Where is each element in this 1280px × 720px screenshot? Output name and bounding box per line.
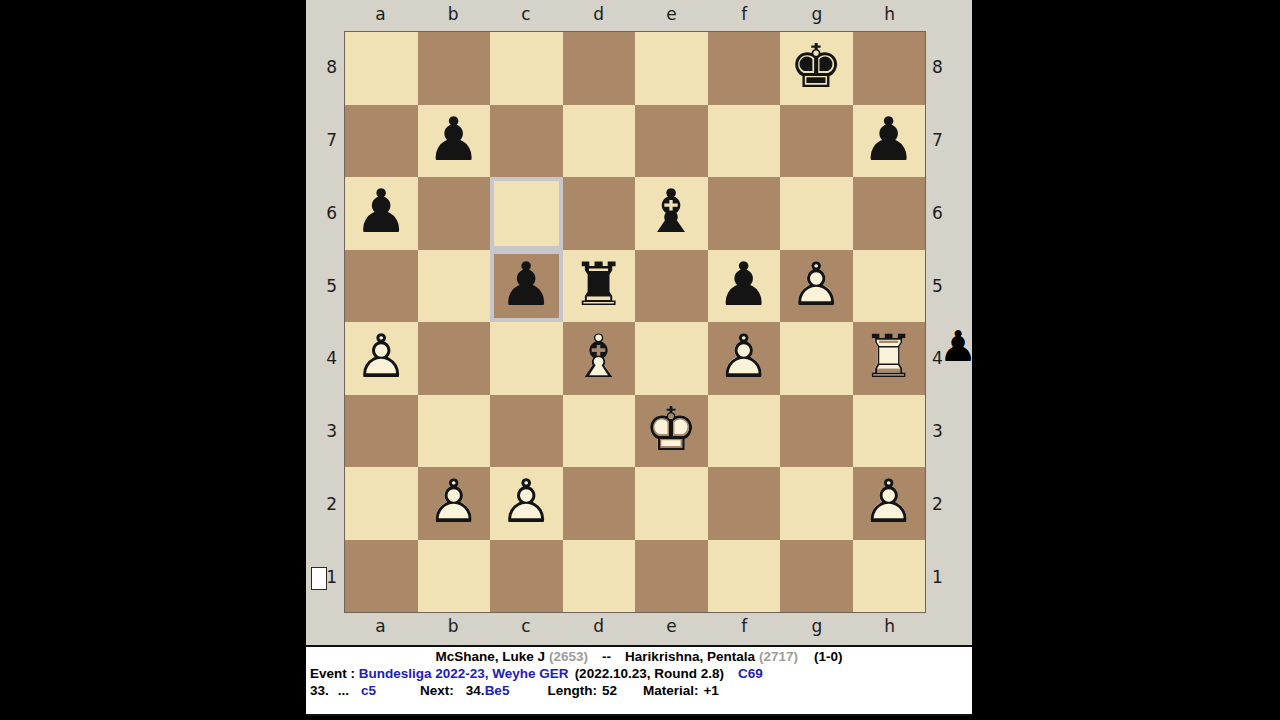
length-value: 52 <box>602 683 617 698</box>
square-e1[interactable] <box>635 540 708 613</box>
square-h7[interactable]: ♟ <box>853 105 926 178</box>
rank-label-7: 7 <box>928 104 948 177</box>
rank-label-6: 6 <box>928 177 948 250</box>
rank-label-8: 8 <box>306 31 342 104</box>
file-label-f: f <box>708 4 781 24</box>
side-to-move-indicator: ♟ ♙ <box>942 322 974 372</box>
white-pawn-icon: ♙ <box>939 326 977 368</box>
white-bishop[interactable]: ♝♗ <box>563 322 636 395</box>
square-c3[interactable] <box>490 395 563 468</box>
square-h1[interactable] <box>853 540 926 613</box>
black-player-name: Harikrishna, Pentala <box>625 649 755 664</box>
square-f3[interactable] <box>708 395 781 468</box>
file-labels-bottom: abcdefgh <box>344 616 926 636</box>
square-e3[interactable]: ♚♔ <box>635 395 708 468</box>
event-name[interactable]: Bundesliga 2022-23, Weyhe GER <box>359 666 569 681</box>
square-c6[interactable] <box>490 177 563 250</box>
square-b2[interactable]: ♟♙ <box>418 467 491 540</box>
square-d4[interactable]: ♝♗ <box>563 322 636 395</box>
square-h5[interactable] <box>853 250 926 323</box>
square-a1[interactable] <box>345 540 418 613</box>
black-rook[interactable]: ♜ <box>563 250 636 323</box>
file-label-c: c <box>490 616 563 636</box>
square-c4[interactable] <box>490 322 563 395</box>
file-label-d: d <box>562 616 635 636</box>
file-label-c: c <box>490 4 563 24</box>
square-b7[interactable]: ♟ <box>418 105 491 178</box>
rank-label-5: 5 <box>928 249 948 322</box>
square-b1[interactable] <box>418 540 491 613</box>
material-label: Material: <box>643 683 699 698</box>
file-labels-top: abcdefgh <box>344 4 926 24</box>
players-line: McShane, Luke J(2653)--Harikrishna, Pent… <box>306 648 972 665</box>
square-b5[interactable] <box>418 250 491 323</box>
file-label-d: d <box>562 4 635 24</box>
rank-label-3: 3 <box>306 395 342 468</box>
white-pawn[interactable]: ♟♙ <box>780 250 853 323</box>
rank-label-3: 3 <box>928 395 948 468</box>
rank-label-4: 4 <box>306 322 342 395</box>
eco-code[interactable]: C69 <box>738 666 763 681</box>
black-king[interactable]: ♚ <box>780 32 853 105</box>
white-player-rating: (2653) <box>549 649 588 664</box>
square-d2[interactable] <box>563 467 636 540</box>
game-result: (1-0) <box>814 649 843 664</box>
square-d7[interactable] <box>563 105 636 178</box>
file-label-b: b <box>417 616 490 636</box>
event-line: Event : Bundesliga 2022-23, Weyhe GER(20… <box>306 665 972 682</box>
current-move[interactable]: c5 <box>361 683 376 698</box>
square-e6[interactable]: ♝ <box>635 177 708 250</box>
square-h8[interactable] <box>853 32 926 105</box>
square-d3[interactable] <box>563 395 636 468</box>
square-f2[interactable] <box>708 467 781 540</box>
black-pawn[interactable]: ♟ <box>345 177 418 250</box>
square-f7[interactable] <box>708 105 781 178</box>
file-label-e: e <box>635 616 708 636</box>
square-f5[interactable]: ♟ <box>708 250 781 323</box>
rank-label-8: 8 <box>928 31 948 104</box>
event-details: (2022.10.23, Round 2.8) <box>575 666 724 681</box>
corner-checkbox[interactable] <box>311 567 327 590</box>
board[interactable]: ♚♟♟♟♝♟♜♟♟♙♟♙♝♗♟♙♜♖♚♔♟♙♟♙♟♙ <box>344 31 926 613</box>
square-h2[interactable]: ♟♙ <box>853 467 926 540</box>
rank-label-5: 5 <box>306 249 342 322</box>
square-e5[interactable] <box>635 250 708 323</box>
square-c5[interactable]: ♟ <box>490 250 563 323</box>
move-dots: ... <box>338 683 349 698</box>
versus-separator: -- <box>602 649 611 664</box>
next-move[interactable]: Be5 <box>485 683 510 698</box>
square-a4[interactable]: ♟♙ <box>345 322 418 395</box>
length-label: Length: <box>547 683 597 698</box>
file-label-g: g <box>781 616 854 636</box>
next-label: Next: <box>420 683 454 698</box>
square-f8[interactable] <box>708 32 781 105</box>
square-h3[interactable] <box>853 395 926 468</box>
black-pawn[interactable]: ♟ <box>708 250 781 323</box>
square-a6[interactable]: ♟ <box>345 177 418 250</box>
black-pawn[interactable]: ♟ <box>418 105 491 178</box>
file-label-a: a <box>344 616 417 636</box>
moves-line: 33....c5Next:34.Be5Length:52Material:+1 <box>306 682 972 699</box>
square-h4[interactable]: ♜♖ <box>853 322 926 395</box>
square-d6[interactable] <box>563 177 636 250</box>
square-d8[interactable] <box>563 32 636 105</box>
square-e8[interactable] <box>635 32 708 105</box>
event-label: Event : <box>310 666 355 681</box>
square-b6[interactable] <box>418 177 491 250</box>
material-value: +1 <box>703 683 718 698</box>
square-c8[interactable] <box>490 32 563 105</box>
square-f6[interactable] <box>708 177 781 250</box>
rank-labels-left: 87654321 <box>306 31 342 613</box>
file-label-h: h <box>853 4 926 24</box>
file-label-e: e <box>635 4 708 24</box>
square-d1[interactable] <box>563 540 636 613</box>
white-pawn[interactable]: ♟♙ <box>418 467 491 540</box>
square-c7[interactable] <box>490 105 563 178</box>
square-e7[interactable] <box>635 105 708 178</box>
square-h6[interactable] <box>853 177 926 250</box>
square-a5[interactable] <box>345 250 418 323</box>
square-e4[interactable] <box>635 322 708 395</box>
file-label-g: g <box>781 4 854 24</box>
file-label-a: a <box>344 4 417 24</box>
square-a7[interactable] <box>345 105 418 178</box>
bottom-divider <box>306 716 972 720</box>
rank-label-2: 2 <box>306 468 342 541</box>
white-pawn[interactable]: ♟♙ <box>853 467 926 540</box>
square-c1[interactable] <box>490 540 563 613</box>
square-g8[interactable]: ♚ <box>780 32 853 105</box>
next-move-number: 34. <box>466 683 485 698</box>
white-pawn[interactable]: ♟♙ <box>345 322 418 395</box>
square-c2[interactable]: ♟♙ <box>490 467 563 540</box>
white-rook[interactable]: ♜♖ <box>853 322 926 395</box>
square-e2[interactable] <box>635 467 708 540</box>
game-info-panel: McShane, Luke J(2653)--Harikrishna, Pent… <box>306 645 972 716</box>
file-label-f: f <box>708 616 781 636</box>
black-bishop[interactable]: ♝ <box>635 177 708 250</box>
file-label-b: b <box>417 4 490 24</box>
file-label-h: h <box>853 616 926 636</box>
square-g1[interactable] <box>780 540 853 613</box>
black-pawn[interactable]: ♟ <box>853 105 926 178</box>
square-g5[interactable]: ♟♙ <box>780 250 853 323</box>
square-b8[interactable] <box>418 32 491 105</box>
move-number: 33. <box>310 683 329 698</box>
square-a2[interactable] <box>345 467 418 540</box>
black-pawn[interactable]: ♟ <box>490 250 563 323</box>
square-g3[interactable] <box>780 395 853 468</box>
square-g2[interactable] <box>780 467 853 540</box>
square-d5[interactable]: ♜ <box>563 250 636 323</box>
white-pawn[interactable]: ♟♙ <box>708 322 781 395</box>
rank-label-1: 1 <box>928 540 948 613</box>
square-g7[interactable] <box>780 105 853 178</box>
black-player-rating: (2717) <box>759 649 798 664</box>
square-g4[interactable] <box>780 322 853 395</box>
viewer-stage: abcdefgh 87654321 87654321 ♚♟♟♟♝♟♜♟♟♙♟♙♝… <box>306 0 972 720</box>
rank-label-6: 6 <box>306 177 342 250</box>
square-a3[interactable] <box>345 395 418 468</box>
square-f4[interactable]: ♟♙ <box>708 322 781 395</box>
square-g6[interactable] <box>780 177 853 250</box>
white-king[interactable]: ♚♔ <box>635 395 708 468</box>
rank-label-7: 7 <box>306 104 342 177</box>
square-b4[interactable] <box>418 322 491 395</box>
square-a8[interactable] <box>345 32 418 105</box>
rank-label-2: 2 <box>928 468 948 541</box>
white-player-name: McShane, Luke J <box>436 649 546 664</box>
square-b3[interactable] <box>418 395 491 468</box>
white-pawn[interactable]: ♟♙ <box>490 467 563 540</box>
square-f1[interactable] <box>708 540 781 613</box>
